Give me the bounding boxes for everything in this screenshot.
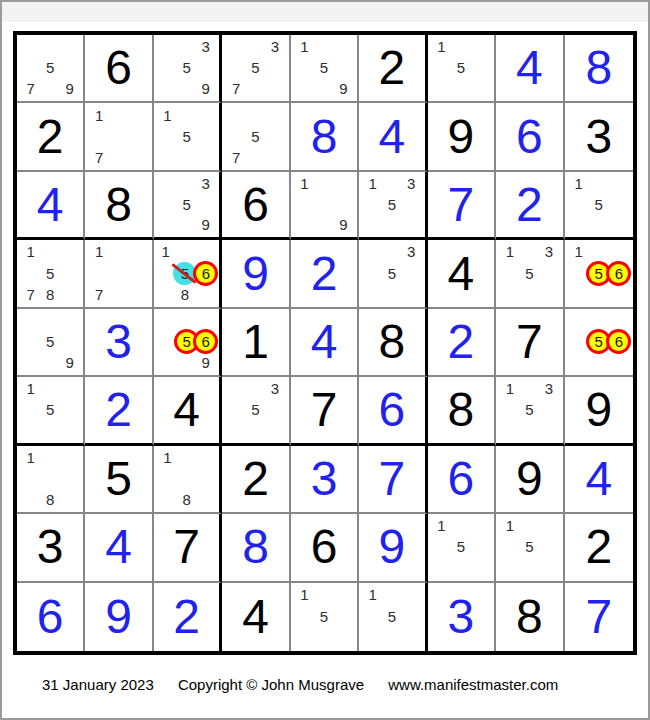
cell-r4c2[interactable]: 17 [85, 240, 153, 308]
cell-r3c2[interactable]: 8 [85, 172, 153, 240]
candidate-slot [128, 262, 147, 283]
candidate-slot [609, 215, 629, 236]
candidate-slot [21, 262, 40, 283]
candidate-slot [60, 241, 79, 262]
candidate-slot [226, 126, 245, 147]
cell-r9c5[interactable]: 15 [291, 583, 359, 651]
candidate-slot: 5 [177, 194, 196, 215]
candidate-grid: 19 [295, 173, 353, 235]
candidate-slot [569, 194, 589, 215]
cell-r7c6[interactable]: 7 [359, 446, 427, 514]
candidate-slot: 5 [177, 57, 196, 78]
cell-r6c8[interactable]: 135 [496, 377, 564, 445]
candidate-digit: 9 [202, 354, 210, 371]
candidate-slot [246, 36, 265, 57]
candidate-slot: 6 [196, 262, 215, 285]
given-digit: 9 [448, 113, 475, 161]
cell-r6c4[interactable]: 35 [222, 377, 290, 445]
candidate-slot [265, 126, 284, 147]
cell-r8c5[interactable]: 6 [291, 514, 359, 582]
solved-digit: 3 [105, 318, 132, 366]
candidate-slot [382, 284, 401, 305]
candidate-digit: 1 [574, 243, 582, 260]
candidate-slot [196, 194, 215, 215]
candidate-slot: 1 [158, 241, 173, 261]
given-digit: 7 [173, 523, 200, 571]
candidate-slot: 5 [246, 57, 265, 78]
candidate-slot [109, 126, 128, 147]
candidate-slot [432, 557, 451, 578]
candidate-slot [314, 194, 333, 215]
candidate-slot [265, 78, 284, 99]
candidate-slot: 6 [609, 262, 629, 283]
cell-r8c8[interactable]: 15 [496, 514, 564, 582]
candidate-slot: 5 [314, 605, 333, 627]
solved-digit: 7 [585, 593, 612, 641]
candidate-digit: 9 [339, 216, 347, 233]
candidate-digit: 5 [388, 608, 396, 625]
footer-copyright: Copyright © John Musgrave [178, 676, 364, 693]
candidate-digit-eliminated-cyan: 5 [173, 262, 196, 285]
candidate-slot [128, 241, 147, 262]
candidate-slot: 1 [21, 241, 40, 262]
candidate-digit: 1 [163, 449, 171, 466]
candidate-slot: 5 [589, 194, 609, 215]
candidate-slot [246, 104, 265, 125]
candidate-slot [609, 173, 629, 194]
candidate-slot: 5 [173, 262, 196, 285]
candidate-slot [60, 57, 79, 78]
candidate-slot [21, 420, 40, 441]
cell-r8c7[interactable]: 15 [428, 514, 496, 582]
candidate-slot [109, 284, 128, 305]
candidate-slot: 1 [89, 241, 108, 262]
candidate-grid: 56 [569, 310, 629, 373]
solved-digit: 4 [105, 523, 132, 571]
given-digit: 2 [242, 455, 269, 503]
candidate-slot: 9 [196, 352, 215, 373]
cell-r6c3[interactable]: 4 [154, 377, 222, 445]
cell-r5c5[interactable]: 4 [291, 309, 359, 377]
candidate-slot [334, 627, 353, 649]
candidate-slot [196, 104, 215, 125]
candidate-slot: 3 [196, 173, 215, 194]
candidate-slot [314, 173, 333, 194]
candidate-slot: 1 [21, 378, 40, 399]
cell-r8c3[interactable]: 7 [154, 514, 222, 582]
candidate-slot [500, 262, 519, 283]
cell-r7c1[interactable]: 18 [17, 446, 85, 514]
candidate-slot: 7 [89, 284, 108, 305]
candidate-slot: 1 [295, 36, 314, 57]
cell-r3c8[interactable]: 2 [496, 172, 564, 240]
candidate-slot [520, 557, 539, 578]
candidate-slot [539, 262, 558, 283]
candidate-slot: 5 [314, 57, 333, 78]
candidate-digit: 7 [27, 80, 35, 97]
solved-digit: 2 [448, 318, 475, 366]
candidate-grid: 359 [158, 173, 215, 235]
candidate-slot [451, 557, 470, 578]
candidate-slot [226, 104, 245, 125]
candidate-digit: 3 [407, 175, 415, 192]
cell-r1c6[interactable]: 2 [359, 35, 427, 103]
candidate-digit-highlighted-yellow: 5 [589, 264, 608, 283]
candidate-slot [40, 36, 59, 57]
candidate-slot [471, 557, 490, 578]
candidate-grid: 135 [500, 378, 558, 440]
cell-r9c9[interactable]: 7 [565, 583, 633, 651]
page: 5796359357159215482171557849634835961913… [0, 0, 650, 720]
candidate-digit: 7 [232, 80, 240, 97]
candidate-grid: 17 [89, 104, 147, 167]
candidate-slot [265, 147, 284, 168]
candidate-slot [40, 78, 59, 99]
candidate-slot [314, 584, 333, 606]
cell-r7c3[interactable]: 18 [154, 446, 222, 514]
footer-date: 31 January 2023 [42, 676, 154, 693]
solved-digit: 6 [448, 455, 475, 503]
given-digit: 6 [311, 523, 338, 571]
candidate-slot [539, 515, 558, 536]
candidate-grid: 159 [295, 36, 353, 99]
cell-r3c6[interactable]: 135 [359, 172, 427, 240]
cell-r6c5[interactable]: 7 [291, 377, 359, 445]
candidate-slot: 3 [539, 378, 558, 399]
candidate-slot: 5 [520, 399, 539, 420]
candidate-digit: 3 [545, 243, 553, 260]
candidate-grid: 569 [158, 310, 215, 373]
cell-r7c9[interactable]: 4 [565, 446, 633, 514]
candidate-slot [196, 57, 215, 78]
candidate-slot [109, 262, 128, 283]
cell-r9c3[interactable]: 2 [154, 583, 222, 651]
candidate-slot: 6 [196, 331, 215, 352]
cell-r7c8[interactable]: 9 [496, 446, 564, 514]
solved-digit: 2 [173, 593, 200, 641]
cell-r8c9[interactable]: 2 [565, 514, 633, 582]
candidate-slot: 9 [334, 215, 353, 236]
candidate-digit: 1 [506, 243, 514, 260]
candidate-slot [520, 241, 539, 262]
candidate-slot [177, 36, 196, 57]
cell-r2c7[interactable]: 9 [428, 103, 496, 171]
cell-r6c9[interactable]: 9 [565, 377, 633, 445]
candidate-slot [295, 605, 314, 627]
cell-r3c9[interactable]: 15 [565, 172, 633, 240]
candidate-digit: 9 [339, 80, 347, 97]
candidate-slot [177, 104, 196, 125]
candidate-slot [128, 147, 147, 168]
candidate-grid: 1568 [158, 241, 215, 304]
candidate-slot [402, 584, 421, 606]
candidate-slot: 9 [60, 78, 79, 99]
candidate-slot [539, 420, 558, 441]
candidate-slot: 7 [226, 78, 245, 99]
candidate-digit: 5 [251, 401, 259, 418]
candidate-slot [158, 215, 177, 236]
cell-r4c6[interactable]: 35 [359, 240, 427, 308]
candidate-digit: 3 [271, 38, 279, 55]
cell-r3c5[interactable]: 19 [291, 172, 359, 240]
cell-r4c9[interactable]: 156 [565, 240, 633, 308]
cell-r9c4[interactable]: 4 [222, 583, 290, 651]
given-digit: 9 [516, 455, 543, 503]
solved-digit: 4 [311, 318, 338, 366]
candidate-slot [451, 515, 470, 536]
candidate-slot [609, 310, 629, 331]
candidate-slot [265, 399, 284, 420]
candidate-slot [109, 104, 128, 125]
candidate-slot [40, 378, 59, 399]
cell-r5c4[interactable]: 1 [222, 309, 290, 377]
candidate-slot [60, 378, 79, 399]
cell-r7c7[interactable]: 6 [428, 446, 496, 514]
solved-digit: 6 [37, 593, 64, 641]
cell-r4c8[interactable]: 135 [496, 240, 564, 308]
cell-r1c2[interactable]: 6 [85, 35, 153, 103]
candidate-slot [177, 310, 196, 331]
candidate-slot [363, 241, 382, 262]
candidate-slot [40, 447, 59, 468]
candidate-slot [158, 331, 177, 352]
cell-r4c7[interactable]: 4 [428, 240, 496, 308]
candidate-digit: 3 [202, 175, 210, 192]
cell-r5c9[interactable]: 56 [565, 309, 633, 377]
candidate-digit-highlighted-yellow: 5 [177, 332, 196, 351]
cell-r5c3[interactable]: 569 [154, 309, 222, 377]
candidate-slot: 8 [40, 284, 59, 305]
candidate-slot [158, 194, 177, 215]
solved-digit: 4 [516, 44, 543, 92]
candidate-slot: 3 [265, 378, 284, 399]
candidate-slot [363, 215, 382, 236]
candidate-slot [402, 262, 421, 283]
candidate-slot [609, 241, 629, 262]
candidate-digit: 1 [95, 107, 103, 124]
footer: 31 January 2023 Copyright © John Musgrav… [42, 676, 578, 693]
candidate-slot [363, 605, 382, 627]
cell-r6c6[interactable]: 6 [359, 377, 427, 445]
candidate-slot [471, 515, 490, 536]
candidate-slot: 1 [569, 173, 589, 194]
cell-r4c5[interactable]: 2 [291, 240, 359, 308]
candidate-slot [177, 215, 196, 236]
candidate-slot [314, 215, 333, 236]
cell-r5c6[interactable]: 8 [359, 309, 427, 377]
cell-r4c4[interactable]: 9 [222, 240, 290, 308]
candidate-slot [589, 241, 609, 262]
candidate-slot: 5 [589, 262, 609, 283]
candidate-slot [451, 36, 470, 57]
candidate-slot [40, 310, 59, 331]
cell-r5c1[interactable]: 59 [17, 309, 85, 377]
candidate-slot: 8 [173, 285, 196, 305]
candidate-digit: 8 [46, 491, 54, 508]
candidate-digit: 5 [388, 196, 396, 213]
given-digit: 7 [311, 386, 338, 434]
cell-r3c4[interactable]: 6 [222, 172, 290, 240]
solved-digit: 9 [105, 593, 132, 641]
candidate-slot [158, 468, 177, 489]
candidate-digit: 5 [320, 608, 328, 625]
candidate-grid: 15 [432, 36, 490, 99]
candidate-slot [246, 147, 265, 168]
candidate-slot: 1 [21, 447, 40, 468]
candidate-slot: 1 [158, 447, 177, 468]
cell-r1c3[interactable]: 359 [154, 35, 222, 103]
candidate-slot [500, 399, 519, 420]
candidate-slot [109, 241, 128, 262]
candidate-slot: 5 [520, 536, 539, 557]
candidate-slot [382, 584, 401, 606]
candidate-slot [158, 57, 177, 78]
candidate-slot [500, 536, 519, 557]
cell-r8c2[interactable]: 4 [85, 514, 153, 582]
candidate-slot: 5 [382, 194, 401, 215]
cell-r1c8[interactable]: 4 [496, 35, 564, 103]
given-digit: 8 [448, 386, 475, 434]
cell-r9c1[interactable]: 6 [17, 583, 85, 651]
cell-r7c2[interactable]: 5 [85, 446, 153, 514]
candidate-slot [89, 126, 108, 147]
candidate-slot: 8 [177, 489, 196, 510]
solved-digit: 8 [585, 44, 612, 92]
candidate-digit: 9 [202, 80, 210, 97]
candidate-slot: 5 [382, 605, 401, 627]
cell-r1c4[interactable]: 357 [222, 35, 290, 103]
candidate-slot [158, 173, 177, 194]
cell-r8c4[interactable]: 8 [222, 514, 290, 582]
cell-r1c7[interactable]: 15 [428, 35, 496, 103]
cell-r9c6[interactable]: 15 [359, 583, 427, 651]
candidate-slot [21, 310, 40, 331]
cell-r9c8[interactable]: 8 [496, 583, 564, 651]
candidate-digit: 5 [182, 59, 190, 76]
cell-r6c1[interactable]: 15 [17, 377, 85, 445]
candidate-grid: 579 [21, 36, 79, 99]
candidate-digit: 5 [46, 59, 54, 76]
candidate-digit: 5 [525, 538, 533, 555]
candidate-slot: 3 [402, 241, 421, 262]
cell-r5c2[interactable]: 3 [85, 309, 153, 377]
candidate-slot [539, 399, 558, 420]
candidate-slot [382, 241, 401, 262]
cell-r7c5[interactable]: 3 [291, 446, 359, 514]
candidate-digit: 5 [182, 196, 190, 213]
candidate-slot [60, 447, 79, 468]
given-digit: 5 [105, 455, 132, 503]
solved-digit: 3 [448, 593, 475, 641]
cell-r6c2[interactable]: 2 [85, 377, 153, 445]
given-digit: 2 [37, 113, 64, 161]
candidate-slot: 5 [451, 536, 470, 557]
candidate-slot [21, 489, 40, 510]
cell-r9c7[interactable]: 3 [428, 583, 496, 651]
candidate-slot [295, 215, 314, 236]
candidate-slot [158, 36, 177, 57]
candidate-slot [334, 36, 353, 57]
given-digit: 8 [516, 593, 543, 641]
cell-r1c1[interactable]: 579 [17, 35, 85, 103]
cell-r5c7[interactable]: 2 [428, 309, 496, 377]
candidate-slot [520, 378, 539, 399]
candidate-slot: 9 [60, 352, 79, 373]
cell-r2c9[interactable]: 3 [565, 103, 633, 171]
solved-digit: 4 [379, 113, 406, 161]
candidate-slot [196, 126, 215, 147]
candidate-digit: 5 [457, 59, 465, 76]
candidate-slot [158, 489, 177, 510]
candidate-grid: 59 [21, 310, 79, 373]
candidate-slot: 1 [89, 104, 108, 125]
candidate-slot [246, 78, 265, 99]
candidate-slot: 3 [402, 173, 421, 194]
cell-r8c6[interactable]: 9 [359, 514, 427, 582]
cell-r8c1[interactable]: 3 [17, 514, 85, 582]
cell-r4c1[interactable]: 1578 [17, 240, 85, 308]
candidate-slot [196, 147, 215, 168]
candidate-slot: 5 [382, 262, 401, 283]
cell-r2c3[interactable]: 15 [154, 103, 222, 171]
candidate-slot [569, 262, 589, 283]
candidate-slot: 6 [609, 331, 629, 352]
candidate-slot: 3 [539, 241, 558, 262]
cell-r9c2[interactable]: 9 [85, 583, 153, 651]
candidate-slot [21, 468, 40, 489]
candidate-slot [569, 352, 589, 373]
given-digit: 4 [242, 593, 269, 641]
cell-r2c1[interactable]: 2 [17, 103, 85, 171]
cell-r2c6[interactable]: 4 [359, 103, 427, 171]
cell-r3c7[interactable]: 7 [428, 172, 496, 240]
cell-r2c5[interactable]: 8 [291, 103, 359, 171]
cell-r2c2[interactable]: 17 [85, 103, 153, 171]
candidate-slot [158, 147, 177, 168]
candidate-slot: 9 [196, 215, 215, 236]
candidate-slot [60, 284, 79, 305]
candidate-digit: 1 [27, 243, 35, 260]
candidate-slot [128, 104, 147, 125]
cell-r1c5[interactable]: 159 [291, 35, 359, 103]
cell-r7c4[interactable]: 2 [222, 446, 290, 514]
candidate-slot [471, 57, 490, 78]
footer-website: www.manifestmaster.com [388, 676, 558, 693]
cell-r2c8[interactable]: 6 [496, 103, 564, 171]
candidate-digit-highlighted-yellow: 5 [589, 332, 608, 351]
solved-digit: 9 [379, 523, 406, 571]
candidate-grid: 15 [295, 584, 353, 649]
given-digit: 8 [379, 318, 406, 366]
candidate-grid: 15 [21, 378, 79, 440]
candidate-slot [60, 36, 79, 57]
candidate-slot [609, 352, 629, 373]
candidate-slot [314, 78, 333, 99]
candidate-grid: 18 [21, 447, 79, 510]
cell-r3c1[interactable]: 4 [17, 172, 85, 240]
candidate-slot [402, 215, 421, 236]
cell-r1c9[interactable]: 8 [565, 35, 633, 103]
cell-r4c3[interactable]: 1568 [154, 240, 222, 308]
candidate-slot [402, 627, 421, 649]
candidate-grid: 1578 [21, 241, 79, 304]
cell-r5c8[interactable]: 7 [496, 309, 564, 377]
candidate-slot [21, 57, 40, 78]
cell-r6c7[interactable]: 8 [428, 377, 496, 445]
cell-r3c3[interactable]: 359 [154, 172, 222, 240]
candidate-digit: 1 [161, 243, 169, 260]
cell-r2c4[interactable]: 57 [222, 103, 290, 171]
